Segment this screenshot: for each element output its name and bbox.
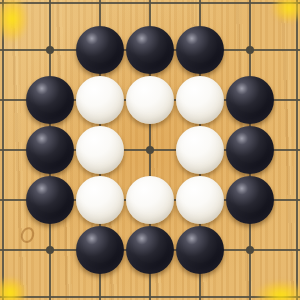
grid-line-vertical-8: [296, 0, 298, 300]
stone-white: [126, 76, 174, 124]
star-point: [46, 46, 54, 54]
stone-white: [176, 76, 224, 124]
star-point: [246, 46, 254, 54]
stone-white: [76, 126, 124, 174]
star-point: [146, 146, 154, 154]
stone-black: [26, 126, 74, 174]
stone-black: [226, 126, 274, 174]
stone-black: [226, 176, 274, 224]
stone-black: [26, 176, 74, 224]
stone-black: [126, 26, 174, 74]
stone-black: [76, 26, 124, 74]
stone-black: [26, 76, 74, 124]
stone-black: [126, 226, 174, 274]
stone-black: [176, 226, 224, 274]
stone-white: [76, 76, 124, 124]
stone-white: [76, 176, 124, 224]
stone-black: [176, 26, 224, 74]
wood-grain-knot: [19, 226, 35, 244]
corner-glow-top-left: [0, 0, 34, 50]
grid-line-horizontal-8: [0, 296, 300, 298]
go-board[interactable]: [0, 0, 300, 300]
corner-glow-top-right: [266, 0, 300, 28]
star-point: [46, 246, 54, 254]
stone-white: [126, 176, 174, 224]
star-point: [246, 246, 254, 254]
stone-black: [226, 76, 274, 124]
stone-black: [76, 226, 124, 274]
stone-white: [176, 176, 224, 224]
stone-white: [176, 126, 224, 174]
